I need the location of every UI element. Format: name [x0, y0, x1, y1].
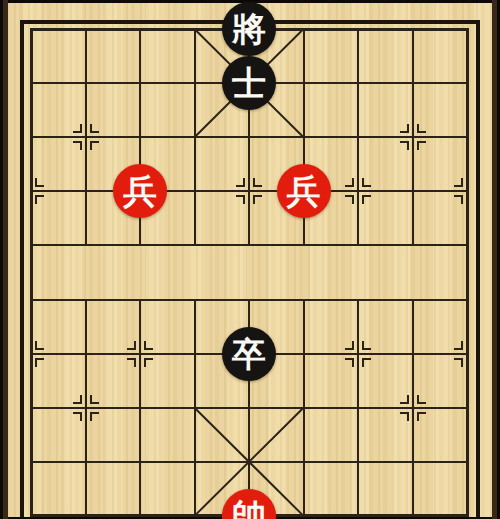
piece-glyph-black-soldier: 卒	[232, 337, 266, 371]
screen-edge-right	[492, 0, 500, 519]
point-marker-bracket	[90, 124, 99, 133]
point-marker-bracket	[400, 412, 409, 421]
point-marker-bracket	[400, 141, 409, 150]
point-marker-bracket	[454, 195, 463, 204]
point-marker-bracket	[253, 178, 262, 187]
point-marker-bracket	[35, 341, 44, 350]
point-marker-bracket	[345, 178, 354, 187]
piece-glyph-red-soldier-left: 兵	[123, 174, 157, 208]
screen-edge-left	[0, 0, 8, 519]
point-marker-bracket	[362, 358, 371, 367]
point-marker-bracket	[236, 178, 245, 187]
grid-vline-col-0	[30, 28, 33, 518]
point-marker-bracket	[90, 412, 99, 421]
piece-glyph-red-soldier-right: 兵	[287, 174, 321, 208]
point-marker-bracket	[144, 358, 153, 367]
point-marker-bracket	[35, 195, 44, 204]
point-marker-bracket	[127, 358, 136, 367]
point-marker-bracket	[362, 178, 371, 187]
point-marker-bracket	[454, 341, 463, 350]
piece-black-general[interactable]: 將	[222, 2, 276, 56]
point-marker-bracket	[73, 412, 82, 421]
point-marker-bracket	[417, 141, 426, 150]
point-marker-bracket	[417, 412, 426, 421]
grid-vline-col-2-bottom	[139, 299, 141, 517]
grid-vline-col-5-bottom	[303, 299, 305, 517]
piece-black-soldier[interactable]: 卒	[222, 327, 276, 381]
point-marker-bracket	[345, 358, 354, 367]
point-marker-bracket	[454, 178, 463, 187]
point-marker-bracket	[454, 358, 463, 367]
point-marker-bracket	[362, 341, 371, 350]
point-marker-bracket	[144, 341, 153, 350]
grid-vline-col-7-top	[412, 28, 414, 246]
piece-glyph-black-advisor: 士	[232, 66, 266, 100]
point-marker-bracket	[345, 195, 354, 204]
point-marker-bracket	[362, 195, 371, 204]
point-marker-bracket	[73, 395, 82, 404]
grid-vline-col-6-top	[357, 28, 359, 246]
grid-vline-col-3-bottom	[194, 299, 196, 517]
point-marker-bracket	[400, 124, 409, 133]
point-marker-bracket	[73, 141, 82, 150]
grid-vline-col-3-top	[194, 28, 196, 246]
point-marker-bracket	[127, 341, 136, 350]
grid-vline-col-7-bottom	[412, 299, 414, 517]
xiangqi-board[interactable]: 將士兵兵卒帥	[0, 0, 500, 519]
point-marker-bracket	[35, 178, 44, 187]
grid-vline-col-8	[466, 28, 469, 518]
piece-red-soldier-left[interactable]: 兵	[113, 164, 167, 218]
grid-vline-col-1-bottom	[85, 299, 87, 517]
point-marker-bracket	[90, 395, 99, 404]
piece-black-advisor[interactable]: 士	[222, 56, 276, 110]
grid-vline-col-1-top	[85, 28, 87, 246]
point-marker-bracket	[73, 124, 82, 133]
point-marker-bracket	[400, 395, 409, 404]
point-marker-bracket	[236, 195, 245, 204]
piece-red-soldier-right[interactable]: 兵	[277, 164, 331, 218]
point-marker-bracket	[417, 395, 426, 404]
point-marker-bracket	[345, 341, 354, 350]
point-marker-bracket	[417, 124, 426, 133]
point-marker-bracket	[253, 195, 262, 204]
grid-vline-col-6-bottom	[357, 299, 359, 517]
point-marker-bracket	[90, 141, 99, 150]
point-marker-bracket	[35, 358, 44, 367]
piece-glyph-black-general: 將	[232, 12, 266, 46]
piece-glyph-red-general: 帥	[232, 499, 266, 519]
